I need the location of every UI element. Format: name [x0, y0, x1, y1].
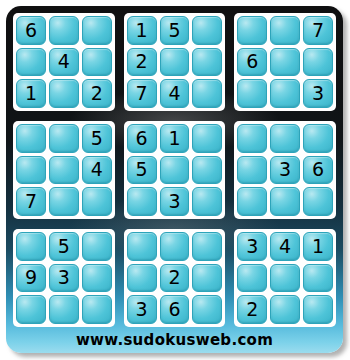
- cell-r4c7[interactable]: [237, 124, 267, 153]
- cell-r4c1[interactable]: [16, 124, 46, 153]
- cell-r9c2[interactable]: [49, 295, 79, 324]
- box-3-2: 236: [124, 229, 226, 327]
- site-url-link[interactable]: www.sudokusweb.com: [76, 331, 273, 349]
- cell-r3c7[interactable]: [237, 79, 267, 108]
- cell-r1c5[interactable]: 5: [160, 16, 190, 45]
- cell-r3c2[interactable]: [49, 79, 79, 108]
- cell-r9c6[interactable]: [192, 295, 222, 324]
- box-1-2: 15274: [124, 13, 226, 111]
- cell-r1c4[interactable]: 1: [127, 16, 157, 45]
- cell-r3c1[interactable]: 1: [16, 79, 46, 108]
- cell-r8c2[interactable]: 3: [49, 264, 79, 293]
- cell-r5c5[interactable]: [160, 156, 190, 185]
- box-1-1: 6412: [13, 13, 115, 111]
- cell-r5c7[interactable]: [237, 156, 267, 185]
- cell-r3c4[interactable]: 7: [127, 79, 157, 108]
- cell-r5c8[interactable]: 3: [270, 156, 300, 185]
- cell-r6c3[interactable]: [82, 187, 112, 216]
- cell-r5c1[interactable]: [16, 156, 46, 185]
- cell-r1c3[interactable]: [82, 16, 112, 45]
- cell-r6c1[interactable]: 7: [16, 187, 46, 216]
- cell-r9c7[interactable]: 2: [237, 295, 267, 324]
- cell-r4c4[interactable]: 6: [127, 124, 157, 153]
- box-2-3: 36: [234, 121, 336, 219]
- cell-r6c7[interactable]: [237, 187, 267, 216]
- cell-r5c3[interactable]: 4: [82, 156, 112, 185]
- footer: www.sudokusweb.com: [13, 327, 336, 353]
- cell-r9c3[interactable]: [82, 295, 112, 324]
- cell-r6c8[interactable]: [270, 187, 300, 216]
- box-2-2: 6153: [124, 121, 226, 219]
- cell-r2c1[interactable]: [16, 48, 46, 77]
- cell-r7c3[interactable]: [82, 232, 112, 261]
- cell-r7c1[interactable]: [16, 232, 46, 261]
- cell-r9c5[interactable]: 6: [160, 295, 190, 324]
- cell-r1c7[interactable]: [237, 16, 267, 45]
- cell-r6c6[interactable]: [192, 187, 222, 216]
- cell-r8c4[interactable]: [127, 264, 157, 293]
- cell-r8c5[interactable]: 2: [160, 264, 190, 293]
- cell-r8c3[interactable]: [82, 264, 112, 293]
- cell-r2c5[interactable]: [160, 48, 190, 77]
- cell-r7c8[interactable]: 4: [270, 232, 300, 261]
- cell-r4c2[interactable]: [49, 124, 79, 153]
- cell-r2c4[interactable]: 2: [127, 48, 157, 77]
- cell-r1c1[interactable]: 6: [16, 16, 46, 45]
- cell-r2c2[interactable]: 4: [49, 48, 79, 77]
- cell-r7c7[interactable]: 3: [237, 232, 267, 261]
- cell-r7c9[interactable]: 1: [303, 232, 333, 261]
- box-3-3: 3412: [234, 229, 336, 327]
- board-frame: 6412152747635476153365932363412 www.sudo…: [6, 6, 343, 353]
- cell-r5c4[interactable]: 5: [127, 156, 157, 185]
- cell-r1c8[interactable]: [270, 16, 300, 45]
- cell-r6c5[interactable]: 3: [160, 187, 190, 216]
- cell-r2c7[interactable]: 6: [237, 48, 267, 77]
- cell-r9c4[interactable]: 3: [127, 295, 157, 324]
- cell-r4c3[interactable]: 5: [82, 124, 112, 153]
- cell-r3c5[interactable]: 4: [160, 79, 190, 108]
- cell-r5c9[interactable]: 6: [303, 156, 333, 185]
- cell-r2c9[interactable]: [303, 48, 333, 77]
- cell-r2c3[interactable]: [82, 48, 112, 77]
- cell-r3c3[interactable]: 2: [82, 79, 112, 108]
- cell-r2c8[interactable]: [270, 48, 300, 77]
- cell-r4c8[interactable]: [270, 124, 300, 153]
- cell-r4c5[interactable]: 1: [160, 124, 190, 153]
- cell-r7c2[interactable]: 5: [49, 232, 79, 261]
- cell-r4c9[interactable]: [303, 124, 333, 153]
- cell-r8c6[interactable]: [192, 264, 222, 293]
- cell-r7c4[interactable]: [127, 232, 157, 261]
- sudoku-board: 6412152747635476153365932363412: [13, 13, 336, 327]
- cell-r1c6[interactable]: [192, 16, 222, 45]
- cell-r4c6[interactable]: [192, 124, 222, 153]
- cell-r5c2[interactable]: [49, 156, 79, 185]
- cell-r1c2[interactable]: [49, 16, 79, 45]
- box-3-1: 593: [13, 229, 115, 327]
- cell-r6c4[interactable]: [127, 187, 157, 216]
- cell-r1c9[interactable]: 7: [303, 16, 333, 45]
- cell-r6c2[interactable]: [49, 187, 79, 216]
- cell-r8c1[interactable]: 9: [16, 264, 46, 293]
- box-2-1: 547: [13, 121, 115, 219]
- cell-r2c6[interactable]: [192, 48, 222, 77]
- cell-r9c1[interactable]: [16, 295, 46, 324]
- cell-r3c9[interactable]: 3: [303, 79, 333, 108]
- cell-r9c9[interactable]: [303, 295, 333, 324]
- cell-r9c8[interactable]: [270, 295, 300, 324]
- cell-r5c6[interactable]: [192, 156, 222, 185]
- cell-r7c6[interactable]: [192, 232, 222, 261]
- cell-r7c5[interactable]: [160, 232, 190, 261]
- cell-r3c8[interactable]: [270, 79, 300, 108]
- cell-r8c7[interactable]: [237, 264, 267, 293]
- cell-r3c6[interactable]: [192, 79, 222, 108]
- cell-r8c9[interactable]: [303, 264, 333, 293]
- box-1-3: 763: [234, 13, 336, 111]
- cell-r6c9[interactable]: [303, 187, 333, 216]
- cell-r8c8[interactable]: [270, 264, 300, 293]
